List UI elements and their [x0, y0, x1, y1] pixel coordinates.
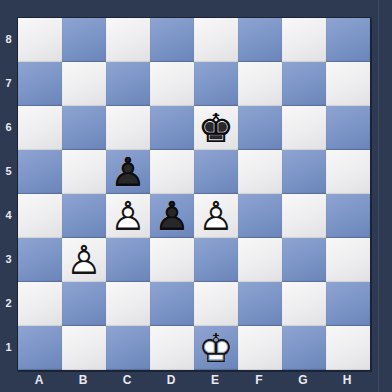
square-f8[interactable]	[238, 18, 282, 62]
rank-label-8: 8	[0, 17, 17, 61]
square-f4[interactable]	[238, 194, 282, 238]
square-f6[interactable]	[238, 106, 282, 150]
square-a3[interactable]	[18, 238, 62, 282]
square-a7[interactable]	[18, 62, 62, 106]
square-g5[interactable]	[282, 150, 326, 194]
file-label-f: F	[237, 370, 281, 392]
king-glyph-fill: ♚	[194, 326, 238, 370]
file-label-g: G	[281, 370, 325, 392]
pawn-glyph-fill: ♟	[106, 194, 150, 238]
file-label-a: A	[17, 370, 61, 392]
square-b2[interactable]	[62, 282, 106, 326]
square-e1[interactable]: ♚♔	[194, 326, 238, 370]
piece-white-pawn-e4[interactable]: ♟♙	[194, 194, 238, 238]
file-label-e: E	[193, 370, 237, 392]
square-g2[interactable]	[282, 282, 326, 326]
rank-labels: 87654321	[0, 17, 17, 369]
square-f2[interactable]	[238, 282, 282, 326]
square-c3[interactable]	[106, 238, 150, 282]
king-glyph-outline: ♔	[194, 106, 238, 150]
square-g1[interactable]	[282, 326, 326, 370]
file-label-d: D	[149, 370, 193, 392]
square-a4[interactable]	[18, 194, 62, 238]
rank-label-6: 6	[0, 105, 17, 149]
frame-bevel-highlight	[378, 0, 379, 392]
square-b3[interactable]: ♟♙	[62, 238, 106, 282]
square-d6[interactable]	[150, 106, 194, 150]
rank-label-1: 1	[0, 325, 17, 369]
square-c1[interactable]	[106, 326, 150, 370]
pawn-glyph-outline: ♙	[62, 238, 106, 282]
king-glyph-fill: ♚	[194, 106, 238, 150]
file-labels: ABCDEFGH	[17, 370, 370, 392]
square-h1[interactable]	[326, 326, 370, 370]
square-g8[interactable]	[282, 18, 326, 62]
square-h3[interactable]	[326, 238, 370, 282]
square-b5[interactable]	[62, 150, 106, 194]
square-f3[interactable]	[238, 238, 282, 282]
pawn-glyph-fill: ♟	[150, 194, 194, 238]
piece-white-king-e1[interactable]: ♚♔	[194, 326, 238, 370]
square-c5[interactable]: ♟♙	[106, 150, 150, 194]
pawn-glyph-fill: ♟	[106, 150, 150, 194]
square-d5[interactable]	[150, 150, 194, 194]
rank-label-3: 3	[0, 237, 17, 281]
piece-white-pawn-c4[interactable]: ♟♙	[106, 194, 150, 238]
square-d3[interactable]	[150, 238, 194, 282]
square-e5[interactable]	[194, 150, 238, 194]
rank-label-7: 7	[0, 61, 17, 105]
rank-label-5: 5	[0, 149, 17, 193]
square-b4[interactable]	[62, 194, 106, 238]
square-h2[interactable]	[326, 282, 370, 326]
square-c4[interactable]: ♟♙	[106, 194, 150, 238]
square-a8[interactable]	[18, 18, 62, 62]
square-f5[interactable]	[238, 150, 282, 194]
rank-label-2: 2	[0, 281, 17, 325]
square-g6[interactable]	[282, 106, 326, 150]
pawn-glyph-fill: ♟	[194, 194, 238, 238]
file-label-h: H	[325, 370, 369, 392]
square-a5[interactable]	[18, 150, 62, 194]
square-a1[interactable]	[18, 326, 62, 370]
file-label-b: B	[61, 370, 105, 392]
rank-label-4: 4	[0, 193, 17, 237]
square-h4[interactable]	[326, 194, 370, 238]
square-b6[interactable]	[62, 106, 106, 150]
square-e2[interactable]	[194, 282, 238, 326]
square-e8[interactable]	[194, 18, 238, 62]
square-a6[interactable]	[18, 106, 62, 150]
square-e6[interactable]: ♚♔	[194, 106, 238, 150]
king-glyph-outline: ♔	[194, 326, 238, 370]
square-e3[interactable]	[194, 238, 238, 282]
square-c7[interactable]	[106, 62, 150, 106]
square-d8[interactable]	[150, 18, 194, 62]
square-d2[interactable]	[150, 282, 194, 326]
square-c8[interactable]	[106, 18, 150, 62]
pawn-glyph-outline: ♙	[150, 194, 194, 238]
square-h6[interactable]	[326, 106, 370, 150]
square-d7[interactable]	[150, 62, 194, 106]
piece-black-pawn-c5[interactable]: ♟♙	[106, 150, 150, 194]
board: ♚♔♟♙♟♙♟♙♟♙♟♙♚♔	[17, 17, 371, 371]
square-b7[interactable]	[62, 62, 106, 106]
chess-diagram: ♚♔♟♙♟♙♟♙♟♙♟♙♚♔ 87654321 ABCDEFGH	[0, 0, 392, 392]
square-h7[interactable]	[326, 62, 370, 106]
square-c6[interactable]	[106, 106, 150, 150]
square-d1[interactable]	[150, 326, 194, 370]
square-c2[interactable]	[106, 282, 150, 326]
square-f7[interactable]	[238, 62, 282, 106]
pawn-glyph-fill: ♟	[62, 238, 106, 282]
piece-black-king-e6[interactable]: ♚♔	[194, 106, 238, 150]
square-d4[interactable]: ♟♙	[150, 194, 194, 238]
pawn-glyph-outline: ♙	[106, 194, 150, 238]
square-e7[interactable]	[194, 62, 238, 106]
file-label-c: C	[105, 370, 149, 392]
square-h5[interactable]	[326, 150, 370, 194]
square-g3[interactable]	[282, 238, 326, 282]
square-h8[interactable]	[326, 18, 370, 62]
square-g7[interactable]	[282, 62, 326, 106]
square-a2[interactable]	[18, 282, 62, 326]
square-e4[interactable]: ♟♙	[194, 194, 238, 238]
pawn-glyph-outline: ♙	[106, 150, 150, 194]
piece-black-pawn-d4[interactable]: ♟♙	[150, 194, 194, 238]
pawn-glyph-outline: ♙	[194, 194, 238, 238]
piece-white-pawn-b3[interactable]: ♟♙	[62, 238, 106, 282]
square-f1[interactable]	[238, 326, 282, 370]
square-b8[interactable]	[62, 18, 106, 62]
square-g4[interactable]	[282, 194, 326, 238]
square-b1[interactable]	[62, 326, 106, 370]
